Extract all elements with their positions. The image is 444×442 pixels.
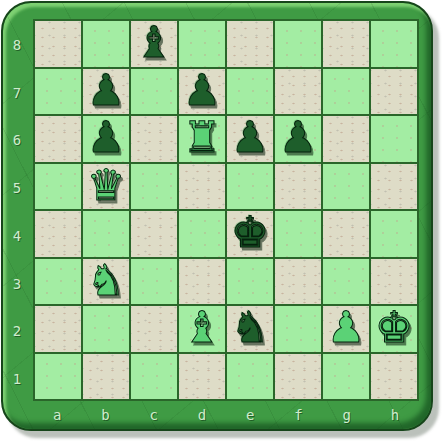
rank-labels: 87654321 — [5, 21, 29, 403]
file-labels: abcdefgh — [33, 402, 419, 428]
square-b6[interactable]: ♟ — [83, 116, 129, 162]
square-d7[interactable]: ♟ — [179, 69, 225, 115]
square-f1[interactable] — [275, 354, 321, 400]
chessboard-window: 87654321 abcdefgh ♝♟♟♟♜♟♟♛♚♞♝♞♟♚ — [0, 0, 444, 442]
piece-black-pawn-e6[interactable]: ♟ — [231, 116, 270, 159]
square-b3[interactable]: ♞ — [83, 259, 129, 305]
rank-label-3: 3 — [5, 260, 29, 308]
square-c4[interactable] — [131, 211, 177, 257]
square-g4[interactable] — [323, 211, 369, 257]
square-g2[interactable]: ♟ — [323, 306, 369, 352]
square-f5[interactable] — [275, 164, 321, 210]
piece-white-knight-b3[interactable]: ♞ — [87, 259, 126, 302]
square-a5[interactable] — [35, 164, 81, 210]
square-c8[interactable]: ♝ — [131, 21, 177, 67]
square-b4[interactable] — [83, 211, 129, 257]
square-h7[interactable] — [371, 69, 417, 115]
square-d2[interactable]: ♝ — [179, 306, 225, 352]
rank-label-6: 6 — [5, 117, 29, 165]
square-f7[interactable] — [275, 69, 321, 115]
square-c5[interactable] — [131, 164, 177, 210]
square-h5[interactable] — [371, 164, 417, 210]
square-g8[interactable] — [323, 21, 369, 67]
square-f6[interactable]: ♟ — [275, 116, 321, 162]
piece-white-bishop-d2[interactable]: ♝ — [183, 306, 222, 349]
square-g1[interactable] — [323, 354, 369, 400]
piece-white-queen-b5[interactable]: ♛ — [87, 164, 126, 207]
square-e7[interactable] — [227, 69, 273, 115]
square-c3[interactable] — [131, 259, 177, 305]
square-h8[interactable] — [371, 21, 417, 67]
square-c2[interactable] — [131, 306, 177, 352]
square-a2[interactable] — [35, 306, 81, 352]
square-a4[interactable] — [35, 211, 81, 257]
chess-board: ♝♟♟♟♜♟♟♛♚♞♝♞♟♚ — [33, 19, 419, 401]
piece-white-king-h2[interactable]: ♚ — [375, 306, 414, 349]
square-e5[interactable] — [227, 164, 273, 210]
piece-black-knight-e2[interactable]: ♞ — [231, 306, 270, 349]
square-c6[interactable] — [131, 116, 177, 162]
square-e8[interactable] — [227, 21, 273, 67]
square-e3[interactable] — [227, 259, 273, 305]
square-g3[interactable] — [323, 259, 369, 305]
square-f3[interactable] — [275, 259, 321, 305]
file-label-c: c — [130, 402, 178, 428]
piece-black-pawn-f6[interactable]: ♟ — [279, 116, 318, 159]
square-d5[interactable] — [179, 164, 225, 210]
square-a6[interactable] — [35, 116, 81, 162]
piece-white-pawn-g2[interactable]: ♟ — [327, 306, 366, 349]
rank-label-4: 4 — [5, 212, 29, 260]
file-label-b: b — [81, 402, 129, 428]
square-e2[interactable]: ♞ — [227, 306, 273, 352]
square-f8[interactable] — [275, 21, 321, 67]
rank-label-7: 7 — [5, 69, 29, 117]
square-g6[interactable] — [323, 116, 369, 162]
square-b8[interactable] — [83, 21, 129, 67]
square-g7[interactable] — [323, 69, 369, 115]
square-a1[interactable] — [35, 354, 81, 400]
square-h2[interactable]: ♚ — [371, 306, 417, 352]
square-b2[interactable] — [83, 306, 129, 352]
piece-black-pawn-b7[interactable]: ♟ — [87, 69, 126, 112]
square-d4[interactable] — [179, 211, 225, 257]
square-b1[interactable] — [83, 354, 129, 400]
square-e6[interactable]: ♟ — [227, 116, 273, 162]
square-d1[interactable] — [179, 354, 225, 400]
square-h1[interactable] — [371, 354, 417, 400]
file-label-d: d — [178, 402, 226, 428]
square-a7[interactable] — [35, 69, 81, 115]
square-b5[interactable]: ♛ — [83, 164, 129, 210]
rank-label-1: 1 — [5, 355, 29, 403]
file-label-a: a — [33, 402, 81, 428]
square-h3[interactable] — [371, 259, 417, 305]
square-d6[interactable]: ♜ — [179, 116, 225, 162]
square-f2[interactable] — [275, 306, 321, 352]
square-h6[interactable] — [371, 116, 417, 162]
square-c7[interactable] — [131, 69, 177, 115]
piece-black-pawn-d7[interactable]: ♟ — [183, 69, 222, 112]
square-h4[interactable] — [371, 211, 417, 257]
square-b7[interactable]: ♟ — [83, 69, 129, 115]
file-label-e: e — [226, 402, 274, 428]
square-g5[interactable] — [323, 164, 369, 210]
square-c1[interactable] — [131, 354, 177, 400]
square-d8[interactable] — [179, 21, 225, 67]
piece-black-king-e4[interactable]: ♚ — [231, 211, 270, 254]
rank-label-2: 2 — [5, 308, 29, 356]
square-f4[interactable] — [275, 211, 321, 257]
file-label-g: g — [323, 402, 371, 428]
file-label-f: f — [274, 402, 322, 428]
rank-label-8: 8 — [5, 21, 29, 69]
rank-label-5: 5 — [5, 164, 29, 212]
piece-black-bishop-c8[interactable]: ♝ — [135, 21, 174, 64]
square-e1[interactable] — [227, 354, 273, 400]
square-d3[interactable] — [179, 259, 225, 305]
piece-white-rook-d6[interactable]: ♜ — [183, 116, 222, 159]
square-e4[interactable]: ♚ — [227, 211, 273, 257]
square-a3[interactable] — [35, 259, 81, 305]
square-a8[interactable] — [35, 21, 81, 67]
file-label-h: h — [371, 402, 419, 428]
piece-black-pawn-b6[interactable]: ♟ — [87, 116, 126, 159]
